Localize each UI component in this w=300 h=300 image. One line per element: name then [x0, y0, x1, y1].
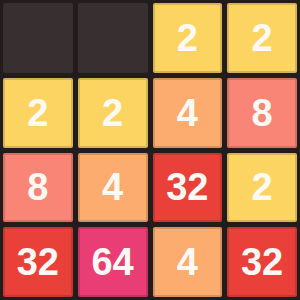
tile-2: 2 — [227, 3, 297, 73]
tile-4: 4 — [78, 153, 148, 223]
tile-64: 64 — [78, 227, 148, 297]
empty-cell — [3, 3, 73, 73]
tile-2: 2 — [3, 78, 73, 148]
tile-8: 8 — [3, 153, 73, 223]
tile-8: 8 — [227, 78, 297, 148]
tile-32: 32 — [227, 227, 297, 297]
empty-cell — [78, 3, 148, 73]
tile-2: 2 — [78, 78, 148, 148]
2048-board[interactable]: 222248843223264432 — [0, 0, 300, 300]
tile-32: 32 — [153, 153, 223, 223]
tile-2: 2 — [153, 3, 223, 73]
tile-32: 32 — [3, 227, 73, 297]
tile-4: 4 — [153, 78, 223, 148]
tile-2: 2 — [227, 153, 297, 223]
tile-4: 4 — [153, 227, 223, 297]
